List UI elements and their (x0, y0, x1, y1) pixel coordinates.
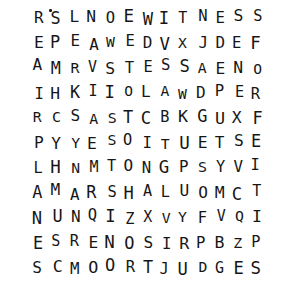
grid-cell[interactable]: O (249, 57, 267, 82)
grid-cell[interactable]: E (139, 55, 157, 80)
grid-cell[interactable]: U (211, 106, 229, 131)
grid-cell[interactable]: A (156, 79, 174, 104)
grid-cell[interactable]: M (85, 155, 103, 180)
grid-cell[interactable]: S (230, 129, 248, 154)
grid-cell[interactable]: S (47, 229, 65, 254)
grid-cell[interactable]: Z (121, 207, 139, 232)
grid-cell[interactable]: N (137, 155, 155, 180)
grid-cell[interactable]: Q (230, 204, 248, 229)
grid-cell[interactable]: A (85, 107, 103, 132)
grid-cell[interactable]: T (211, 130, 229, 155)
grid-cell[interactable]: V (229, 154, 247, 179)
grid-cell[interactable]: L (137, 80, 155, 105)
grid-cell[interactable]: E (83, 132, 101, 157)
grid-cell[interactable]: E (29, 231, 47, 256)
grid-cell[interactable]: E (66, 28, 84, 53)
grid-cell[interactable]: R (82, 180, 100, 205)
grid-cell[interactable]: J (155, 257, 173, 282)
grid-cell[interactable]: S (193, 155, 211, 180)
grid-cell[interactable]: E (228, 31, 246, 56)
grid-cell[interactable]: O (194, 181, 212, 206)
grid-cell[interactable]: H (46, 155, 64, 180)
grid-cell[interactable]: I (158, 232, 176, 257)
grid-cell[interactable]: D (139, 30, 157, 55)
grid-cell[interactable]: R (65, 229, 83, 254)
grid-cell[interactable]: I (84, 79, 102, 104)
grid-cell[interactable]: G (193, 104, 211, 129)
grid-cell[interactable]: B (210, 231, 228, 256)
grid-cell[interactable]: N (194, 4, 212, 29)
grid-cell[interactable]: N (82, 5, 100, 30)
grid-cell[interactable]: S (66, 104, 84, 129)
grid-cell[interactable]: A (193, 56, 211, 81)
grid-cell[interactable]: I (101, 80, 119, 105)
word-search-page: RSLNOEWITNESSEPEAWEDVXJDEFAMRVSTESSAENOI… (0, 0, 300, 285)
grid-cell[interactable]: U (48, 204, 66, 229)
grid-cell[interactable]: C (47, 105, 65, 130)
grid-cell[interactable]: X (173, 31, 191, 56)
grid-cell[interactable]: U (176, 131, 194, 156)
grid-cell[interactable]: S (139, 231, 157, 256)
grid-cell[interactable]: S (247, 256, 265, 281)
grid-cell[interactable]: N (229, 56, 247, 81)
grid-cell[interactable]: D (194, 255, 212, 280)
grid-cell[interactable]: L (156, 180, 174, 205)
grid-cell[interactable]: Z (229, 231, 247, 256)
grid-cell[interactable]: X (228, 106, 246, 131)
grid-cell[interactable]: I (246, 153, 264, 178)
grid-cell[interactable]: S (157, 53, 175, 78)
grid-cell[interactable]: V (83, 55, 101, 80)
grid-cell[interactable]: E (229, 256, 247, 281)
grid-cell[interactable]: F (249, 106, 267, 131)
grid-cell[interactable]: H (119, 181, 137, 206)
grid-cell[interactable]: K (174, 104, 192, 129)
grid-cell[interactable]: O (101, 253, 119, 278)
grid-cell[interactable]: B (156, 105, 174, 130)
grid-cell[interactable]: T (102, 154, 120, 179)
grid-cell[interactable]: E (247, 129, 265, 154)
grid-cell[interactable]: N (100, 230, 118, 255)
grid-cell[interactable]: A (28, 53, 46, 78)
grid-cell[interactable]: C (137, 106, 155, 131)
grid-cell[interactable]: R (30, 5, 48, 30)
grid-cell[interactable]: E (194, 131, 212, 156)
grid-cell[interactable]: I (155, 6, 173, 31)
grid-cell[interactable]: S (101, 57, 119, 82)
grid-cell[interactable]: R (66, 56, 84, 81)
grid-cell[interactable]: L (65, 5, 83, 30)
grid-cell[interactable]: O (84, 255, 102, 280)
grid-cell[interactable]: S (249, 4, 267, 29)
grid-cell[interactable]: S (103, 180, 121, 205)
grid-cell[interactable]: O (120, 231, 138, 256)
grid-cell[interactable]: P (191, 231, 209, 256)
stray-dot-mark (49, 9, 52, 12)
grid-cell[interactable]: A (28, 180, 46, 205)
grid-cell[interactable]: N (67, 204, 85, 229)
grid-cell[interactable]: M (66, 256, 84, 281)
grid-cell[interactable]: K (66, 80, 84, 105)
grid-cell[interactable]: G (210, 256, 228, 281)
grid-cell[interactable]: J (194, 30, 212, 55)
grid-cell[interactable]: E (120, 4, 138, 29)
grid-cell[interactable]: U (174, 257, 192, 282)
grid-cell[interactable]: S (229, 4, 247, 29)
grid-cell[interactable]: E (121, 29, 139, 54)
grid-cell[interactable]: V (212, 204, 230, 229)
grid-cell[interactable]: M (211, 181, 229, 206)
grid-cell[interactable]: P (247, 230, 265, 255)
grid-cell[interactable]: P (175, 154, 193, 179)
grid-cell[interactable]: U (175, 179, 193, 204)
grid-cell[interactable]: T (156, 132, 174, 157)
grid-cell[interactable]: I (101, 204, 119, 229)
grid-cell[interactable]: E (211, 5, 229, 30)
grid-cell[interactable]: P (210, 78, 228, 103)
grid-cell[interactable]: H (46, 82, 64, 107)
grid-cell[interactable]: F (246, 31, 264, 56)
grid-cell[interactable]: Q (83, 203, 101, 228)
grid-cell[interactable]: R (28, 105, 46, 130)
grid-cell[interactable]: T (120, 56, 138, 81)
grid-cell[interactable]: O (101, 6, 119, 31)
grid-cell[interactable]: N (67, 156, 85, 181)
grid-cell[interactable]: O (119, 153, 137, 178)
grid-cell[interactable]: N (28, 206, 46, 231)
grid-cell[interactable]: P (46, 30, 64, 55)
word-search-grid: RSLNOEWITNESSEPEAWEDVXJDEFAMRVSTESSAENOI… (29, 5, 265, 280)
grid-cell[interactable]: T (119, 105, 137, 130)
grid-cell[interactable]: O (119, 128, 137, 153)
grid-cell[interactable]: C (49, 254, 67, 279)
grid-cell[interactable]: Y (173, 205, 191, 230)
grid-cell[interactable]: Y (47, 131, 65, 156)
grid-cell[interactable]: Y (212, 155, 230, 180)
grid-cell[interactable]: X (139, 205, 157, 230)
grid-cell[interactable]: M (46, 178, 64, 203)
grid-cell[interactable]: R (121, 255, 139, 280)
grid-cell[interactable]: G (155, 155, 173, 180)
grid-cell[interactable]: D (192, 80, 210, 105)
grid-cell[interactable]: W (101, 30, 119, 55)
grid-cell[interactable]: T (174, 6, 192, 31)
grid-cell[interactable]: M (47, 56, 65, 81)
grid-cell[interactable]: A (138, 179, 156, 204)
grid-cell[interactable]: L (29, 156, 47, 181)
grid-cell[interactable]: R (246, 82, 264, 107)
grid-cell[interactable]: P (30, 131, 48, 156)
grid-cell[interactable]: S (28, 256, 46, 281)
grid-cell[interactable]: S (176, 54, 194, 79)
grid-cell[interactable]: O (120, 79, 138, 104)
grid-cell[interactable]: F (193, 206, 211, 231)
grid-cell[interactable]: I (138, 130, 156, 155)
grid-cell[interactable]: I (248, 205, 266, 230)
grid-cell[interactable]: T (248, 179, 266, 204)
